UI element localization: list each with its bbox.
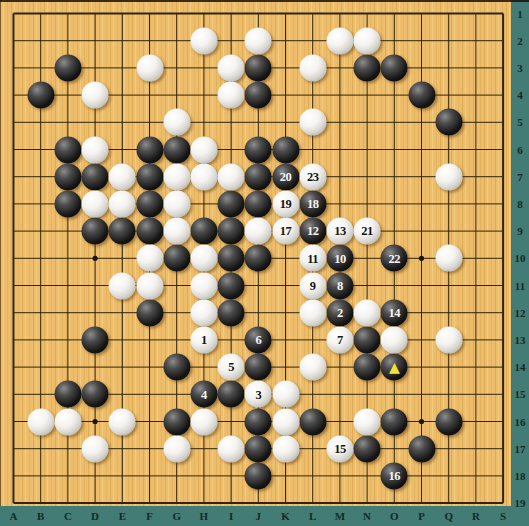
stone-O14[interactable]: ▲ <box>381 354 408 381</box>
move-number-label: 14 <box>389 306 401 319</box>
row-label-7: 7 <box>517 171 523 182</box>
move-number-label: 13 <box>334 225 346 238</box>
row-label-6: 6 <box>517 144 523 155</box>
stone-C15[interactable] <box>54 381 81 408</box>
row-label-17: 17 <box>515 443 526 454</box>
move-number-label: 21 <box>361 225 373 238</box>
stone-J17[interactable] <box>245 435 272 462</box>
stone-H7[interactable] <box>190 163 217 190</box>
move-number-label: 18 <box>307 198 319 211</box>
row-label-15: 15 <box>515 389 526 400</box>
move-number-label: 9 <box>310 279 316 292</box>
row-label-13: 13 <box>515 334 526 345</box>
move-number-label: 8 <box>337 279 343 292</box>
col-label-B: B <box>37 511 44 522</box>
stone-N13[interactable] <box>354 326 381 353</box>
move-number-label: 19 <box>280 198 292 211</box>
move-number-label: 2 <box>337 306 343 319</box>
stone-M10[interactable]: 10 <box>326 245 353 272</box>
stone-H13[interactable]: 1 <box>190 326 217 353</box>
stone-F11[interactable] <box>136 272 163 299</box>
stone-J7[interactable] <box>245 163 272 190</box>
stone-K8[interactable]: 19 <box>272 190 299 217</box>
move-number-label: 16 <box>389 470 401 483</box>
col-label-P: P <box>418 511 425 522</box>
move-number-label: 11 <box>307 252 318 265</box>
stone-E7[interactable] <box>109 163 136 190</box>
move-number-label: 15 <box>334 442 346 455</box>
col-label-D: D <box>91 511 99 522</box>
stone-L16[interactable] <box>299 408 326 435</box>
stone-N2[interactable] <box>354 27 381 54</box>
col-label-I: I <box>229 511 233 522</box>
row-label-18: 18 <box>515 470 526 481</box>
row-label-5: 5 <box>517 117 523 128</box>
stone-F7[interactable] <box>136 163 163 190</box>
stone-L10[interactable]: 11 <box>299 245 326 272</box>
move-number-label: 7 <box>337 334 343 347</box>
move-number-label: 17 <box>280 225 292 238</box>
stone-H11[interactable] <box>190 272 217 299</box>
row-label-10: 10 <box>515 253 526 264</box>
move-number-label: 23 <box>307 170 319 183</box>
stone-G9[interactable] <box>163 218 190 245</box>
stone-G16[interactable] <box>163 408 190 435</box>
row-label-8: 8 <box>517 198 523 209</box>
stone-M12[interactable]: 2 <box>326 299 353 326</box>
stone-L8[interactable]: 18 <box>299 190 326 217</box>
col-label-L: L <box>309 511 316 522</box>
stone-J4[interactable] <box>245 82 272 109</box>
column-labels: ABCDEFGHIJKLMNOPQRS <box>0 506 529 526</box>
stone-I3[interactable] <box>218 54 245 81</box>
stone-G14[interactable] <box>163 354 190 381</box>
col-label-N: N <box>363 511 371 522</box>
stone-F8[interactable] <box>136 190 163 217</box>
stone-N3[interactable] <box>354 54 381 81</box>
stone-H16[interactable] <box>190 408 217 435</box>
stone-E11[interactable] <box>109 272 136 299</box>
col-label-R: R <box>472 511 480 522</box>
stone-K6[interactable] <box>272 136 299 163</box>
row-label-3: 3 <box>517 62 523 73</box>
stone-G10[interactable] <box>163 245 190 272</box>
stone-O10[interactable]: 22 <box>381 245 408 272</box>
stone-J10[interactable] <box>245 245 272 272</box>
stone-D17[interactable] <box>82 435 109 462</box>
stone-I17[interactable] <box>218 435 245 462</box>
col-label-S: S <box>500 511 506 522</box>
stone-N9[interactable]: 21 <box>354 218 381 245</box>
stone-I9[interactable] <box>218 218 245 245</box>
move-number-label: 20 <box>280 170 292 183</box>
stone-M2[interactable] <box>326 27 353 54</box>
stone-J6[interactable] <box>245 136 272 163</box>
stone-J3[interactable] <box>245 54 272 81</box>
row-label-11: 11 <box>515 280 525 291</box>
stone-H9[interactable] <box>190 218 217 245</box>
stone-M17[interactable]: 15 <box>326 435 353 462</box>
stone-D8[interactable] <box>82 190 109 217</box>
stone-F12[interactable] <box>136 299 163 326</box>
stone-E16[interactable] <box>109 408 136 435</box>
move-number-label: 6 <box>255 334 261 347</box>
stone-J2[interactable] <box>245 27 272 54</box>
row-label-14: 14 <box>515 362 526 373</box>
col-label-H: H <box>200 511 209 522</box>
col-label-F: F <box>146 511 153 522</box>
stone-L5[interactable] <box>299 109 326 136</box>
stone-F3[interactable] <box>136 54 163 81</box>
stone-L7[interactable]: 23 <box>299 163 326 190</box>
stone-H15[interactable]: 4 <box>190 381 217 408</box>
move-number-label: 22 <box>389 252 401 265</box>
stone-Q7[interactable] <box>435 163 462 190</box>
stone-M9[interactable]: 13 <box>326 218 353 245</box>
stone-P17[interactable] <box>408 435 435 462</box>
stone-Q13[interactable] <box>435 326 462 353</box>
col-label-O: O <box>390 511 399 522</box>
stone-N16[interactable] <box>354 408 381 435</box>
stone-J16[interactable] <box>245 408 272 435</box>
stone-D15[interactable] <box>82 381 109 408</box>
col-label-K: K <box>281 511 290 522</box>
stone-I4[interactable] <box>218 82 245 109</box>
stone-L14[interactable] <box>299 354 326 381</box>
move-number-label: 4 <box>201 388 207 401</box>
stone-K17[interactable] <box>272 435 299 462</box>
stone-H12[interactable] <box>190 299 217 326</box>
triangle-marker-icon: ▲ <box>389 360 400 374</box>
col-label-E: E <box>119 511 126 522</box>
stone-F9[interactable] <box>136 218 163 245</box>
window-top-edge <box>0 0 529 2</box>
stone-F10[interactable] <box>136 245 163 272</box>
stone-Q16[interactable] <box>435 408 462 435</box>
move-number-label: 1 <box>201 334 207 347</box>
col-label-G: G <box>172 511 181 522</box>
stone-L12[interactable] <box>299 299 326 326</box>
row-label-1: 1 <box>517 8 523 19</box>
stone-D4[interactable] <box>82 82 109 109</box>
stone-J9[interactable] <box>245 218 272 245</box>
stone-E8[interactable] <box>109 190 136 217</box>
move-number-label: 5 <box>228 361 234 374</box>
stone-E9[interactable] <box>109 218 136 245</box>
stone-N12[interactable] <box>354 299 381 326</box>
row-labels: 12345678910111213141516171819 <box>511 0 529 506</box>
stone-K9[interactable]: 17 <box>272 218 299 245</box>
stone-N14[interactable] <box>354 354 381 381</box>
stone-O13[interactable] <box>381 326 408 353</box>
stone-H10[interactable] <box>190 245 217 272</box>
row-label-2: 2 <box>517 35 523 46</box>
stone-J18[interactable] <box>245 462 272 489</box>
stone-O18[interactable]: 16 <box>381 462 408 489</box>
row-label-19: 19 <box>515 498 526 509</box>
stone-L3[interactable] <box>299 54 326 81</box>
stone-K16[interactable] <box>272 408 299 435</box>
row-label-4: 4 <box>517 90 523 101</box>
stone-J13[interactable]: 6 <box>245 326 272 353</box>
stone-H6[interactable] <box>190 136 217 163</box>
stone-I12[interactable] <box>218 299 245 326</box>
stone-L9[interactable]: 12 <box>299 218 326 245</box>
stone-L11[interactable]: 9 <box>299 272 326 299</box>
stone-G5[interactable] <box>163 109 190 136</box>
stone-C8[interactable] <box>54 190 81 217</box>
stone-Q10[interactable] <box>435 245 462 272</box>
stone-G6[interactable] <box>163 136 190 163</box>
stone-F6[interactable] <box>136 136 163 163</box>
stone-P4[interactable] <box>408 82 435 109</box>
stone-O12[interactable]: 14 <box>381 299 408 326</box>
stone-G17[interactable] <box>163 435 190 462</box>
stone-I14[interactable]: 5 <box>218 354 245 381</box>
col-label-A: A <box>10 511 18 522</box>
col-label-J: J <box>256 511 262 522</box>
col-label-Q: Q <box>444 511 453 522</box>
move-number-label: 3 <box>255 388 261 401</box>
stone-K15[interactable] <box>272 381 299 408</box>
go-board-viewer: 201812102282146▲4162319171321119175315 A… <box>0 0 529 526</box>
col-label-C: C <box>64 511 72 522</box>
stone-D7[interactable] <box>82 163 109 190</box>
row-label-16: 16 <box>515 416 526 427</box>
stone-K7[interactable]: 20 <box>272 163 299 190</box>
stone-N17[interactable] <box>354 435 381 462</box>
stone-M13[interactable]: 7 <box>326 326 353 353</box>
stone-D6[interactable] <box>82 136 109 163</box>
stone-J8[interactable] <box>245 190 272 217</box>
stone-D13[interactable] <box>82 326 109 353</box>
stone-J15[interactable]: 3 <box>245 381 272 408</box>
stone-I15[interactable] <box>218 381 245 408</box>
row-label-12: 12 <box>515 307 526 318</box>
move-number-label: 12 <box>307 225 319 238</box>
stone-I7[interactable] <box>218 163 245 190</box>
row-label-9: 9 <box>517 226 523 237</box>
stone-C3[interactable] <box>54 54 81 81</box>
stone-O16[interactable] <box>381 408 408 435</box>
stone-J14[interactable] <box>245 354 272 381</box>
stone-C7[interactable] <box>54 163 81 190</box>
stone-M11[interactable]: 8 <box>326 272 353 299</box>
stone-C16[interactable] <box>54 408 81 435</box>
stone-I8[interactable] <box>218 190 245 217</box>
stone-B4[interactable] <box>27 82 54 109</box>
col-label-M: M <box>335 511 345 522</box>
stone-H2[interactable] <box>190 27 217 54</box>
stone-D9[interactable] <box>82 218 109 245</box>
stone-O3[interactable] <box>381 54 408 81</box>
go-board[interactable]: 201812102282146▲4162319171321119175315 <box>0 0 511 506</box>
stone-Q5[interactable] <box>435 109 462 136</box>
stone-I11[interactable] <box>218 272 245 299</box>
stone-I10[interactable] <box>218 245 245 272</box>
move-number-label: 10 <box>334 252 346 265</box>
stone-G7[interactable] <box>163 163 190 190</box>
stone-C6[interactable] <box>54 136 81 163</box>
window-left-edge <box>0 0 1 506</box>
stone-B16[interactable] <box>27 408 54 435</box>
stone-G8[interactable] <box>163 190 190 217</box>
